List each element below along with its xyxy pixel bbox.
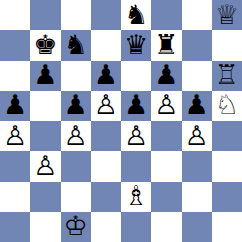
- square-b3[interactable]: ♙: [30, 151, 60, 181]
- square-d6[interactable]: ♟: [91, 61, 121, 91]
- square-h8[interactable]: ♕: [212, 0, 242, 30]
- square-b8[interactable]: [30, 0, 60, 30]
- square-f6[interactable]: ♟: [151, 61, 181, 91]
- square-d8[interactable]: [91, 0, 121, 30]
- black-knight-piece[interactable]: ♞: [124, 1, 148, 28]
- black-king-piece[interactable]: ♚: [33, 31, 57, 58]
- square-h5[interactable]: ♘: [212, 91, 242, 121]
- square-b7[interactable]: ♚: [30, 30, 60, 60]
- white-queen-piece[interactable]: ♕: [215, 1, 239, 28]
- square-b6[interactable]: ♟: [30, 61, 60, 91]
- square-b2[interactable]: [30, 182, 60, 212]
- black-queen-piece[interactable]: ♛: [124, 31, 148, 58]
- black-rook-piece[interactable]: ♜: [154, 31, 178, 58]
- black-pawn-piece[interactable]: ♟: [94, 61, 118, 88]
- square-e2[interactable]: ♗: [121, 182, 151, 212]
- square-e5[interactable]: ♟: [121, 91, 151, 121]
- square-h1[interactable]: [212, 212, 242, 242]
- square-g3[interactable]: [182, 151, 212, 181]
- black-pawn-piece[interactable]: ♟: [33, 61, 57, 88]
- square-b1[interactable]: [30, 212, 60, 242]
- square-f4[interactable]: [151, 121, 181, 151]
- square-g7[interactable]: [182, 30, 212, 60]
- black-pawn-piece[interactable]: ♟: [185, 91, 209, 118]
- black-pawn-piece[interactable]: ♟: [3, 91, 27, 118]
- square-a6[interactable]: [0, 61, 30, 91]
- square-g4[interactable]: ♙: [182, 121, 212, 151]
- white-bishop-piece[interactable]: ♗: [124, 182, 148, 209]
- black-pawn-piece[interactable]: ♟: [124, 91, 148, 118]
- square-f3[interactable]: [151, 151, 181, 181]
- square-g5[interactable]: ♟: [182, 91, 212, 121]
- square-a8[interactable]: [0, 0, 30, 30]
- square-a3[interactable]: [0, 151, 30, 181]
- square-h3[interactable]: [212, 151, 242, 181]
- square-c4[interactable]: ♙: [61, 121, 91, 151]
- square-g1[interactable]: [182, 212, 212, 242]
- white-pawn-piece[interactable]: ♙: [64, 122, 88, 149]
- square-f2[interactable]: [151, 182, 181, 212]
- square-f5[interactable]: ♙: [151, 91, 181, 121]
- white-rook-piece[interactable]: ♖: [215, 61, 239, 88]
- white-pawn-piece[interactable]: ♙: [185, 122, 209, 149]
- square-c8[interactable]: [61, 0, 91, 30]
- black-pawn-piece[interactable]: ♟: [154, 61, 178, 88]
- square-c3[interactable]: [61, 151, 91, 181]
- white-pawn-piece[interactable]: ♙: [33, 152, 57, 179]
- white-king-piece[interactable]: ♔: [64, 212, 88, 239]
- square-c1[interactable]: ♔: [61, 212, 91, 242]
- square-h6[interactable]: ♖: [212, 61, 242, 91]
- black-knight-piece[interactable]: ♞: [64, 31, 88, 58]
- square-a2[interactable]: [0, 182, 30, 212]
- square-d4[interactable]: [91, 121, 121, 151]
- square-e1[interactable]: [121, 212, 151, 242]
- square-e6[interactable]: [121, 61, 151, 91]
- white-pawn-piece[interactable]: ♙: [94, 91, 118, 118]
- square-g6[interactable]: [182, 61, 212, 91]
- square-a4[interactable]: ♙: [0, 121, 30, 151]
- black-pawn-piece[interactable]: ♟: [64, 91, 88, 118]
- square-h7[interactable]: [212, 30, 242, 60]
- square-d2[interactable]: [91, 182, 121, 212]
- square-d5[interactable]: ♙: [91, 91, 121, 121]
- square-a1[interactable]: [0, 212, 30, 242]
- square-d7[interactable]: [91, 30, 121, 60]
- square-e3[interactable]: [121, 151, 151, 181]
- white-pawn-piece[interactable]: ♙: [3, 122, 27, 149]
- square-c2[interactable]: [61, 182, 91, 212]
- square-h4[interactable]: [212, 121, 242, 151]
- square-d1[interactable]: [91, 212, 121, 242]
- square-f1[interactable]: [151, 212, 181, 242]
- white-pawn-piece[interactable]: ♙: [124, 122, 148, 149]
- square-c6[interactable]: [61, 61, 91, 91]
- square-a5[interactable]: ♟: [0, 91, 30, 121]
- square-c5[interactable]: ♟: [61, 91, 91, 121]
- square-g8[interactable]: [182, 0, 212, 30]
- square-e4[interactable]: ♙: [121, 121, 151, 151]
- square-h2[interactable]: [212, 182, 242, 212]
- square-b5[interactable]: [30, 91, 60, 121]
- square-f7[interactable]: ♜: [151, 30, 181, 60]
- white-pawn-piece[interactable]: ♙: [154, 91, 178, 118]
- square-d3[interactable]: [91, 151, 121, 181]
- square-e8[interactable]: ♞: [121, 0, 151, 30]
- square-a7[interactable]: [0, 30, 30, 60]
- square-b4[interactable]: [30, 121, 60, 151]
- white-knight-piece[interactable]: ♘: [215, 91, 239, 118]
- square-c7[interactable]: ♞: [61, 30, 91, 60]
- square-e7[interactable]: ♛: [121, 30, 151, 60]
- square-f8[interactable]: [151, 0, 181, 30]
- chess-board: ♞♕♚♞♛♜♟♟♟♖♟♟♙♟♙♟♘♙♙♙♙♙♗♔: [0, 0, 242, 242]
- square-g2[interactable]: [182, 182, 212, 212]
